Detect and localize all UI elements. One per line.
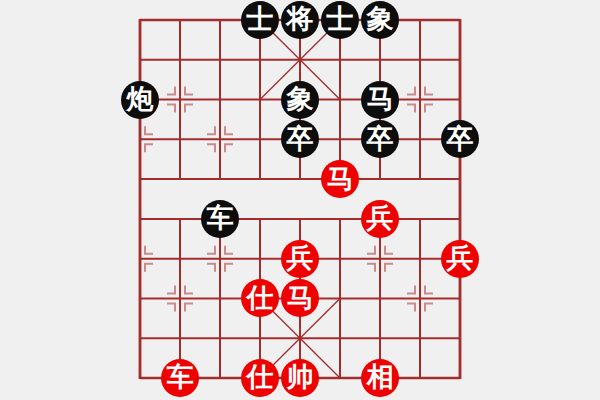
piece-glyph: 兵: [287, 245, 314, 272]
piece-glyph: 车: [207, 205, 234, 232]
piece-red-advisor[interactable]: 仕: [241, 279, 279, 317]
piece-black-soldier[interactable]: 卒: [281, 120, 319, 158]
piece-red-chariot[interactable]: 车: [161, 359, 199, 397]
piece-black-elephant[interactable]: 象: [361, 1, 399, 39]
piece-glyph: 炮: [127, 86, 154, 113]
piece-black-horse[interactable]: 马: [361, 81, 399, 119]
piece-red-horse[interactable]: 马: [321, 160, 359, 198]
piece-glyph: 士: [247, 6, 274, 33]
piece-black-advisor[interactable]: 士: [241, 1, 279, 39]
piece-glyph: 兵: [447, 245, 474, 272]
piece-red-soldier[interactable]: 兵: [441, 240, 479, 278]
xiangqi-app: 士将士象炮象马卒卒卒马车兵兵兵仕马车仕帅相: [0, 0, 600, 400]
piece-glyph: 仕: [247, 285, 274, 312]
piece-black-soldier[interactable]: 卒: [361, 120, 399, 158]
xiangqi-board: 士将士象炮象马卒卒卒马车兵兵兵仕马车仕帅相: [120, 0, 480, 398]
piece-glyph: 象: [287, 86, 314, 113]
piece-glyph: 车: [167, 364, 194, 391]
piece-glyph: 相: [367, 364, 394, 391]
piece-glyph: 将: [287, 6, 314, 33]
piece-red-soldier[interactable]: 兵: [361, 200, 399, 238]
piece-glyph: 马: [327, 166, 354, 193]
piece-glyph: 卒: [367, 126, 394, 153]
piece-red-advisor[interactable]: 仕: [241, 359, 279, 397]
piece-black-cannon[interactable]: 炮: [121, 81, 159, 119]
piece-glyph: 士: [327, 6, 354, 33]
piece-glyph: 仕: [247, 364, 274, 391]
piece-black-soldier[interactable]: 卒: [441, 120, 479, 158]
piece-black-chariot[interactable]: 车: [201, 200, 239, 238]
piece-black-advisor[interactable]: 士: [321, 1, 359, 39]
piece-red-horse[interactable]: 马: [281, 279, 319, 317]
piece-glyph: 卒: [287, 126, 314, 153]
piece-red-soldier[interactable]: 兵: [281, 240, 319, 278]
piece-red-elephant[interactable]: 相: [361, 359, 399, 397]
piece-glyph: 象: [367, 6, 394, 33]
piece-glyph: 帅: [287, 364, 314, 391]
piece-glyph: 卒: [447, 126, 474, 153]
piece-black-general[interactable]: 将: [281, 1, 319, 39]
piece-glyph: 马: [367, 86, 394, 113]
piece-glyph: 马: [287, 285, 314, 312]
piece-black-elephant[interactable]: 象: [281, 81, 319, 119]
piece-glyph: 兵: [367, 205, 394, 232]
piece-red-general[interactable]: 帅: [281, 359, 319, 397]
